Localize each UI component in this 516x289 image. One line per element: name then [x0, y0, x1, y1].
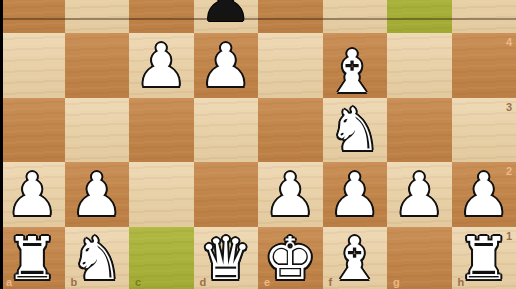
- piece-white-knight-f3[interactable]: ♞: [323, 98, 388, 163]
- square-b4[interactable]: [65, 33, 130, 98]
- rank-label-3: 3: [506, 102, 512, 113]
- wood-grain-texture: [129, 162, 194, 227]
- square-g4[interactable]: [387, 33, 452, 98]
- wood-grain-texture: [258, 98, 323, 163]
- square-h4[interactable]: 4: [452, 33, 516, 98]
- wood-grain-texture: [129, 98, 194, 163]
- chess-board: 432abcdefg1h♟♝♟♟♞♟♟♟♟♟♟♜♞♛♚♝♜: [0, 0, 516, 289]
- rank-label-4: 4: [506, 37, 512, 48]
- wood-grain-texture: [129, 0, 194, 33]
- square-c5[interactable]: [129, 0, 194, 33]
- piece-white-pawn-d4[interactable]: ♟: [194, 33, 259, 98]
- wood-grain-texture: [194, 162, 259, 227]
- piece-white-king-e1[interactable]: ♚: [258, 227, 323, 289]
- wood-grain-texture: [0, 33, 65, 98]
- wood-grain-texture: [65, 98, 130, 163]
- piece-black-pawn-d5[interactable]: ♟: [194, 0, 259, 33]
- square-g5[interactable]: [387, 0, 452, 33]
- piece-white-pawn-c4[interactable]: ♟: [129, 33, 194, 98]
- square-a3[interactable]: [0, 98, 65, 163]
- piece-white-pawn-f2[interactable]: ♟: [323, 162, 388, 227]
- left-letterbox-bar: [0, 0, 3, 289]
- square-c2[interactable]: [129, 162, 194, 227]
- square-h3[interactable]: 3: [452, 98, 516, 163]
- wood-grain-texture: [452, 0, 516, 33]
- square-g1[interactable]: g: [387, 227, 452, 289]
- piece-white-pawn-h2[interactable]: ♟: [452, 162, 516, 227]
- square-c3[interactable]: [129, 98, 194, 163]
- wood-grain-texture: [65, 0, 130, 33]
- wood-grain-texture: [65, 33, 130, 98]
- square-e4[interactable]: [258, 33, 323, 98]
- square-a4[interactable]: [0, 33, 65, 98]
- wood-grain-texture: [0, 98, 65, 163]
- square-a5[interactable]: [0, 0, 65, 33]
- piece-white-rook-a1[interactable]: ♜: [0, 227, 65, 289]
- piece-white-queen-d1[interactable]: ♛: [194, 227, 259, 289]
- square-g3[interactable]: [387, 98, 452, 163]
- video-frame: 432abcdefg1h♟♝♟♟♞♟♟♟♟♟♟♜♞♛♚♝♜: [0, 0, 516, 289]
- square-h5[interactable]: [452, 0, 516, 33]
- square-e5[interactable]: [258, 0, 323, 33]
- wood-grain-texture: [387, 33, 452, 98]
- file-label-g: g: [393, 277, 400, 288]
- piece-white-pawn-b2[interactable]: ♟: [65, 162, 130, 227]
- square-f5[interactable]: [323, 0, 388, 33]
- piece-white-rook-h1[interactable]: ♜: [452, 227, 516, 289]
- piece-white-bishop-f1[interactable]: ♝: [323, 227, 388, 289]
- wood-grain-texture: [194, 98, 259, 163]
- square-b3[interactable]: [65, 98, 130, 163]
- piece-white-pawn-g2[interactable]: ♟: [387, 162, 452, 227]
- piece-white-pawn-a2[interactable]: ♟: [0, 162, 65, 227]
- wood-grain-texture: [0, 0, 65, 33]
- square-b5[interactable]: [65, 0, 130, 33]
- square-d3[interactable]: [194, 98, 259, 163]
- piece-white-bishop-animating-g5[interactable]: ♝: [320, 39, 385, 104]
- wood-grain-texture: [387, 0, 452, 33]
- square-e3[interactable]: [258, 98, 323, 163]
- file-label-c: c: [135, 277, 141, 288]
- wood-grain-texture: [258, 33, 323, 98]
- wood-grain-texture: [387, 98, 452, 163]
- piece-white-knight-b1[interactable]: ♞: [65, 227, 130, 289]
- square-d2[interactable]: [194, 162, 259, 227]
- square-c1[interactable]: c: [129, 227, 194, 289]
- piece-white-pawn-e2[interactable]: ♟: [258, 162, 323, 227]
- wood-grain-texture: [258, 0, 323, 33]
- wood-grain-texture: [323, 0, 388, 33]
